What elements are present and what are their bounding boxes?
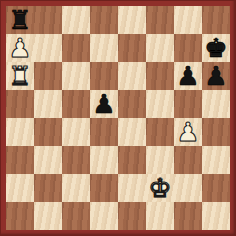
- white-king[interactable]: ♚: [146, 174, 174, 202]
- square-f6[interactable]: [146, 62, 174, 90]
- square-c2[interactable]: [62, 174, 90, 202]
- black-king[interactable]: ♚: [202, 34, 230, 62]
- square-f1[interactable]: [146, 202, 174, 230]
- square-d6[interactable]: [90, 62, 118, 90]
- square-a1[interactable]: [6, 202, 34, 230]
- square-c7[interactable]: [62, 34, 90, 62]
- square-h2[interactable]: [202, 174, 230, 202]
- chessboard: ♜♟♚♜♟♟♟♟♚: [6, 6, 230, 230]
- square-a4[interactable]: [6, 118, 34, 146]
- white-pawn[interactable]: ♟: [174, 118, 202, 146]
- board-frame: ♜♟♚♜♟♟♟♟♚: [0, 0, 236, 236]
- square-g7[interactable]: [174, 34, 202, 62]
- square-a6[interactable]: ♜: [6, 62, 34, 90]
- square-e4[interactable]: [118, 118, 146, 146]
- square-c6[interactable]: [62, 62, 90, 90]
- square-d7[interactable]: [90, 34, 118, 62]
- square-f8[interactable]: [146, 6, 174, 34]
- white-rook[interactable]: ♜: [6, 62, 34, 90]
- square-d4[interactable]: [90, 118, 118, 146]
- white-pawn[interactable]: ♟: [6, 34, 34, 62]
- square-e3[interactable]: [118, 146, 146, 174]
- black-pawn[interactable]: ♟: [202, 62, 230, 90]
- square-g3[interactable]: [174, 146, 202, 174]
- square-g1[interactable]: [174, 202, 202, 230]
- square-b1[interactable]: [34, 202, 62, 230]
- square-d8[interactable]: [90, 6, 118, 34]
- square-g4[interactable]: ♟: [174, 118, 202, 146]
- square-c3[interactable]: [62, 146, 90, 174]
- square-e5[interactable]: [118, 90, 146, 118]
- black-pawn[interactable]: ♟: [174, 62, 202, 90]
- square-h5[interactable]: [202, 90, 230, 118]
- square-d3[interactable]: [90, 146, 118, 174]
- square-b4[interactable]: [34, 118, 62, 146]
- square-a5[interactable]: [6, 90, 34, 118]
- square-a8[interactable]: ♜: [6, 6, 34, 34]
- square-a7[interactable]: ♟: [6, 34, 34, 62]
- square-c4[interactable]: [62, 118, 90, 146]
- square-d2[interactable]: [90, 174, 118, 202]
- square-f3[interactable]: [146, 146, 174, 174]
- square-h8[interactable]: [202, 6, 230, 34]
- square-f4[interactable]: [146, 118, 174, 146]
- square-f7[interactable]: [146, 34, 174, 62]
- square-e8[interactable]: [118, 6, 146, 34]
- square-b6[interactable]: [34, 62, 62, 90]
- square-e1[interactable]: [118, 202, 146, 230]
- square-b7[interactable]: [34, 34, 62, 62]
- square-e6[interactable]: [118, 62, 146, 90]
- square-b2[interactable]: [34, 174, 62, 202]
- square-e2[interactable]: [118, 174, 146, 202]
- square-b5[interactable]: [34, 90, 62, 118]
- square-f2[interactable]: ♚: [146, 174, 174, 202]
- square-h6[interactable]: ♟: [202, 62, 230, 90]
- black-pawn[interactable]: ♟: [90, 90, 118, 118]
- square-e7[interactable]: [118, 34, 146, 62]
- square-h3[interactable]: [202, 146, 230, 174]
- square-g6[interactable]: ♟: [174, 62, 202, 90]
- square-a3[interactable]: [6, 146, 34, 174]
- square-h1[interactable]: [202, 202, 230, 230]
- square-a2[interactable]: [6, 174, 34, 202]
- black-rook[interactable]: ♜: [6, 6, 34, 34]
- square-d5[interactable]: ♟: [90, 90, 118, 118]
- square-d1[interactable]: [90, 202, 118, 230]
- square-g8[interactable]: [174, 6, 202, 34]
- square-c1[interactable]: [62, 202, 90, 230]
- square-h7[interactable]: ♚: [202, 34, 230, 62]
- square-b3[interactable]: [34, 146, 62, 174]
- square-h4[interactable]: [202, 118, 230, 146]
- square-g2[interactable]: [174, 174, 202, 202]
- square-c5[interactable]: [62, 90, 90, 118]
- square-c8[interactable]: [62, 6, 90, 34]
- square-f5[interactable]: [146, 90, 174, 118]
- square-b8[interactable]: [34, 6, 62, 34]
- square-g5[interactable]: [174, 90, 202, 118]
